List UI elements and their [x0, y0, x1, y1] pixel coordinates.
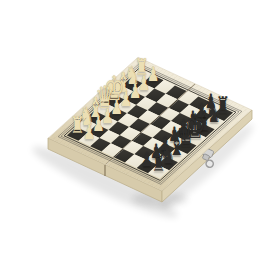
white-pawn: ♟	[83, 122, 95, 142]
product-photo: ♜♟♟♜♞♟♟♞♝♟♟♝♚♟♟♚♛♟♟♛♝♟♟♝♞♟♟♞♜♟♟♜	[0, 0, 260, 260]
black-rook: ♜	[152, 152, 166, 175]
